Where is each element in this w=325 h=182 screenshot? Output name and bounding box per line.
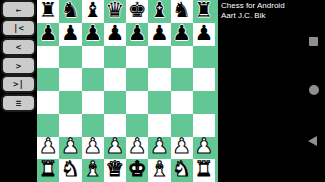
square-b7[interactable]: ♟ xyxy=(59,23,81,46)
white-bishop: ♝ xyxy=(83,159,102,180)
black-knight: ♞ xyxy=(61,0,80,21)
white-pawn: ♟ xyxy=(105,137,124,158)
square-d3[interactable] xyxy=(104,114,126,137)
black-pawn: ♟ xyxy=(172,23,191,44)
square-a8[interactable]: ♜ xyxy=(37,0,59,23)
square-h3[interactable] xyxy=(193,114,215,137)
square-h2[interactable]: ♟ xyxy=(193,137,215,160)
white-knight: ♞ xyxy=(61,159,80,180)
square-c3[interactable] xyxy=(82,114,104,137)
square-a6[interactable] xyxy=(37,46,59,69)
app-author: Aart J.C. Bik xyxy=(221,11,325,21)
square-g6[interactable] xyxy=(171,46,193,69)
white-pawn: ♟ xyxy=(39,137,58,158)
square-a4[interactable] xyxy=(37,91,59,114)
first-move-button[interactable]: |< xyxy=(1,19,36,37)
square-b8[interactable]: ♞ xyxy=(59,0,81,23)
square-h1[interactable]: ♜ xyxy=(193,159,215,182)
chess-for-android-window: ← |< < > >| ≡ ♜♞♝♛♚♝♞♜♟♟♟♟♟♟♟♟♟♟♟♟♟♟♟♟♜♞… xyxy=(0,0,325,182)
square-a3[interactable] xyxy=(37,114,59,137)
black-knight: ♞ xyxy=(172,0,191,21)
black-bishop: ♝ xyxy=(83,0,102,21)
square-b5[interactable] xyxy=(59,68,81,91)
square-d7[interactable]: ♟ xyxy=(104,23,126,46)
white-pawn: ♟ xyxy=(128,137,147,158)
square-d1[interactable]: ♛ xyxy=(104,159,126,182)
black-king: ♚ xyxy=(128,0,147,21)
app-title: Chess for Android xyxy=(221,1,325,11)
white-knight: ♞ xyxy=(172,159,191,180)
square-e4[interactable] xyxy=(126,91,148,114)
white-rook: ♜ xyxy=(39,159,58,180)
square-c2[interactable]: ♟ xyxy=(82,137,104,160)
previous-move-button[interactable]: < xyxy=(1,38,36,56)
square-c6[interactable] xyxy=(82,46,104,69)
white-bishop: ♝ xyxy=(150,159,169,180)
black-pawn: ♟ xyxy=(128,23,147,44)
square-e3[interactable] xyxy=(126,114,148,137)
android-recents-button[interactable] xyxy=(309,37,318,46)
black-pawn: ♟ xyxy=(61,23,80,44)
square-b6[interactable] xyxy=(59,46,81,69)
square-e6[interactable] xyxy=(126,46,148,69)
menu-button[interactable]: ≡ xyxy=(1,94,36,112)
square-c1[interactable]: ♝ xyxy=(82,159,104,182)
white-pawn: ♟ xyxy=(83,137,102,158)
square-h7[interactable]: ♟ xyxy=(193,23,215,46)
square-f5[interactable] xyxy=(148,68,170,91)
square-d8[interactable]: ♛ xyxy=(104,0,126,23)
square-d5[interactable] xyxy=(104,68,126,91)
square-e8[interactable]: ♚ xyxy=(126,0,148,23)
white-pawn: ♟ xyxy=(194,137,213,158)
square-b3[interactable] xyxy=(59,114,81,137)
square-e1[interactable]: ♚ xyxy=(126,159,148,182)
square-f8[interactable]: ♝ xyxy=(148,0,170,23)
square-h8[interactable]: ♜ xyxy=(193,0,215,23)
square-g2[interactable]: ♟ xyxy=(171,137,193,160)
square-c4[interactable] xyxy=(82,91,104,114)
square-c8[interactable]: ♝ xyxy=(82,0,104,23)
square-g1[interactable]: ♞ xyxy=(171,159,193,182)
chess-board: ♜♞♝♛♚♝♞♜♟♟♟♟♟♟♟♟♟♟♟♟♟♟♟♟♜♞♝♛♚♝♞♜ xyxy=(37,0,218,182)
square-a5[interactable] xyxy=(37,68,59,91)
square-a1[interactable]: ♜ xyxy=(37,159,59,182)
white-queen: ♛ xyxy=(105,159,124,180)
undo-button[interactable]: ← xyxy=(1,0,36,18)
square-f1[interactable]: ♝ xyxy=(148,159,170,182)
black-pawn: ♟ xyxy=(105,23,124,44)
android-back-icon[interactable] xyxy=(308,136,317,146)
square-e7[interactable]: ♟ xyxy=(126,23,148,46)
white-pawn: ♟ xyxy=(150,137,169,158)
square-d6[interactable] xyxy=(104,46,126,69)
white-rook: ♜ xyxy=(194,159,213,180)
black-queen: ♛ xyxy=(105,0,124,21)
square-b2[interactable]: ♟ xyxy=(59,137,81,160)
white-king: ♚ xyxy=(128,159,147,180)
white-pawn: ♟ xyxy=(172,137,191,158)
black-pawn: ♟ xyxy=(150,23,169,44)
square-h5[interactable] xyxy=(193,68,215,91)
square-c5[interactable] xyxy=(82,68,104,91)
square-a2[interactable]: ♟ xyxy=(37,137,59,160)
square-f7[interactable]: ♟ xyxy=(148,23,170,46)
square-h6[interactable] xyxy=(193,46,215,69)
square-g7[interactable]: ♟ xyxy=(171,23,193,46)
square-e2[interactable]: ♟ xyxy=(126,137,148,160)
black-pawn: ♟ xyxy=(83,23,102,44)
square-f2[interactable]: ♟ xyxy=(148,137,170,160)
next-move-button[interactable]: > xyxy=(1,56,36,74)
control-sidebar: ← |< < > >| ≡ xyxy=(0,0,37,182)
black-rook: ♜ xyxy=(39,0,58,21)
square-f4[interactable] xyxy=(148,91,170,114)
black-pawn: ♟ xyxy=(39,23,58,44)
black-rook: ♜ xyxy=(194,0,213,21)
black-bishop: ♝ xyxy=(150,0,169,21)
square-d2[interactable]: ♟ xyxy=(104,137,126,160)
square-f3[interactable] xyxy=(148,114,170,137)
square-g8[interactable]: ♞ xyxy=(171,0,193,23)
square-e5[interactable] xyxy=(126,68,148,91)
square-g3[interactable] xyxy=(171,114,193,137)
android-home-button[interactable] xyxy=(309,85,319,95)
square-g4[interactable] xyxy=(171,91,193,114)
square-c7[interactable]: ♟ xyxy=(82,23,104,46)
square-b1[interactable]: ♞ xyxy=(59,159,81,182)
last-move-button[interactable]: >| xyxy=(1,75,36,93)
white-pawn: ♟ xyxy=(61,137,80,158)
square-a7[interactable]: ♟ xyxy=(37,23,59,46)
square-h4[interactable] xyxy=(193,91,215,114)
square-g5[interactable] xyxy=(171,68,193,91)
black-pawn: ♟ xyxy=(194,23,213,44)
square-f6[interactable] xyxy=(148,46,170,69)
square-b4[interactable] xyxy=(59,91,81,114)
square-d4[interactable] xyxy=(104,91,126,114)
